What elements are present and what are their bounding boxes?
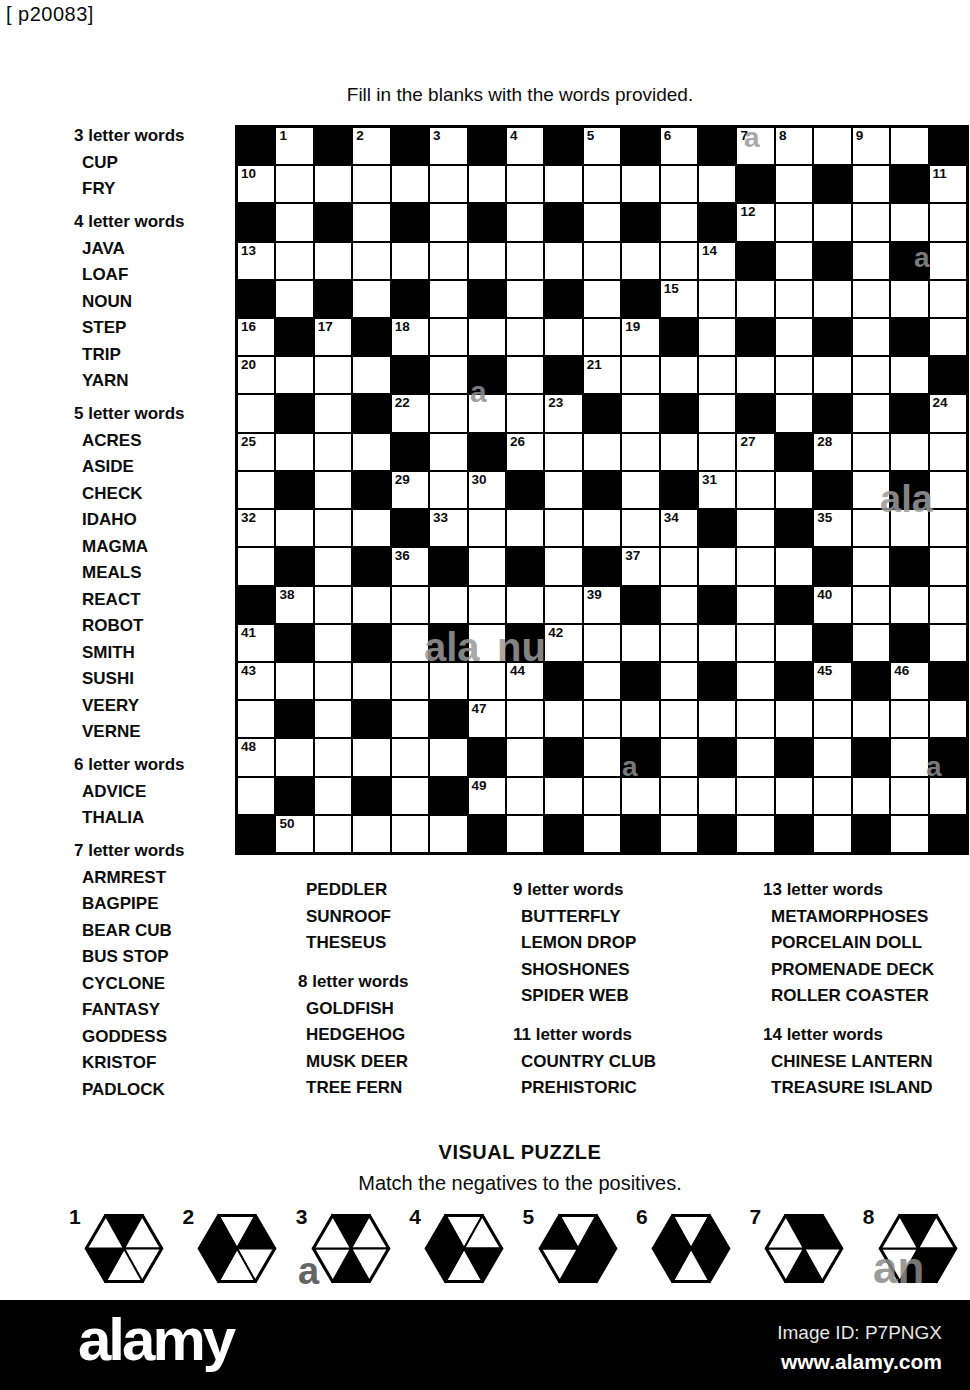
grid-cell-black (583, 547, 621, 585)
grid-cell[interactable]: 16 (237, 318, 275, 356)
hexagon-6[interactable]: 6 (651, 1213, 731, 1284)
grid-cell[interactable] (775, 547, 813, 585)
grid-cell[interactable] (929, 242, 967, 280)
grid-cell[interactable] (352, 738, 390, 776)
grid-cell[interactable] (698, 433, 736, 471)
grid-cell[interactable]: 3 (429, 127, 467, 165)
grid-cell[interactable] (621, 777, 659, 815)
grid-cell[interactable] (275, 242, 313, 280)
grid-cell[interactable]: 10 (237, 165, 275, 203)
grid-cell[interactable] (275, 203, 313, 241)
grid-cell[interactable] (391, 815, 429, 853)
grid-cell[interactable] (621, 356, 659, 394)
grid-cell[interactable]: 46 (890, 662, 928, 700)
grid-cell[interactable] (544, 509, 582, 547)
grid-cell[interactable] (544, 471, 582, 509)
grid-cell[interactable]: 30 (468, 471, 506, 509)
grid-cell[interactable] (275, 165, 313, 203)
clue-number: 38 (279, 587, 294, 603)
grid-cell[interactable] (660, 165, 698, 203)
grid-cell[interactable] (929, 547, 967, 585)
grid-cell[interactable] (429, 165, 467, 203)
grid-cell[interactable] (314, 356, 352, 394)
grid-cell[interactable] (468, 242, 506, 280)
grid-cell-black (698, 586, 736, 624)
grid-cell-black (352, 547, 390, 585)
grid-cell[interactable] (583, 280, 621, 318)
grid-cell[interactable] (736, 738, 774, 776)
grid-cell[interactable] (314, 394, 352, 432)
grid-cell[interactable]: 27 (736, 433, 774, 471)
grid-cell[interactable] (583, 509, 621, 547)
grid-cell[interactable] (544, 547, 582, 585)
grid-cell[interactable] (352, 586, 390, 624)
grid-cell-black (929, 662, 967, 700)
grid-cell[interactable] (813, 127, 851, 165)
grid-cell[interactable]: 47 (468, 700, 506, 738)
grid-cell[interactable] (890, 777, 928, 815)
grid-cell[interactable]: 15 (660, 280, 698, 318)
hexagon-2[interactable]: 2 (197, 1213, 277, 1284)
grid-cell[interactable]: 31 (698, 471, 736, 509)
hexagon-4[interactable]: 4 (424, 1213, 504, 1284)
grid-cell[interactable] (813, 777, 851, 815)
grid-cell[interactable]: 44 (506, 662, 544, 700)
grid-cell-black (352, 394, 390, 432)
grid-cell[interactable] (583, 433, 621, 471)
grid-cell[interactable] (314, 662, 352, 700)
grid-cell[interactable] (660, 547, 698, 585)
grid-cell[interactable] (698, 394, 736, 432)
grid-cell[interactable] (391, 700, 429, 738)
grid-cell[interactable] (621, 433, 659, 471)
grid-cell[interactable] (621, 509, 659, 547)
grid-cell[interactable] (929, 280, 967, 318)
grid-cell[interactable] (736, 509, 774, 547)
grid-cell[interactable] (736, 662, 774, 700)
grid-cell[interactable] (736, 356, 774, 394)
grid-cell[interactable] (352, 509, 390, 547)
grid-cell[interactable] (736, 586, 774, 624)
grid-cell[interactable]: 18 (391, 318, 429, 356)
grid-cell[interactable] (429, 280, 467, 318)
hexagon-1[interactable]: 1 (84, 1213, 164, 1284)
grid-cell[interactable] (813, 700, 851, 738)
grid-cell[interactable] (506, 280, 544, 318)
grid-cell[interactable] (429, 662, 467, 700)
grid-cell[interactable] (506, 165, 544, 203)
grid-cell[interactable]: 37 (621, 547, 659, 585)
grid-cell[interactable] (775, 777, 813, 815)
grid-cell[interactable] (775, 318, 813, 356)
grid-cell[interactable] (583, 203, 621, 241)
grid-cell[interactable] (314, 777, 352, 815)
grid-cell[interactable] (275, 509, 313, 547)
grid-cell[interactable] (583, 242, 621, 280)
grid-cell[interactable] (660, 586, 698, 624)
grid-cell[interactable]: 1 (275, 127, 313, 165)
grid-cell[interactable] (314, 547, 352, 585)
grid-cell[interactable]: 25 (237, 433, 275, 471)
grid-cell[interactable] (852, 586, 890, 624)
grid-cell[interactable] (314, 471, 352, 509)
grid-cell[interactable] (468, 586, 506, 624)
word-list-heading: 11 letter words (513, 1022, 656, 1049)
grid-cell-black (275, 700, 313, 738)
grid-cell[interactable] (544, 165, 582, 203)
grid-cell[interactable] (660, 433, 698, 471)
word-list-item: IDAHO (74, 507, 185, 534)
grid-cell[interactable] (506, 394, 544, 432)
clue-number: 49 (472, 778, 487, 794)
grid-cell[interactable]: 8 (775, 127, 813, 165)
grid-cell[interactable] (544, 700, 582, 738)
grid-cell[interactable] (314, 700, 352, 738)
grid-cell[interactable] (736, 815, 774, 853)
grid-cell[interactable] (275, 356, 313, 394)
grid-cell[interactable]: 9 (852, 127, 890, 165)
grid-cell[interactable] (391, 165, 429, 203)
grid-cell[interactable] (929, 624, 967, 662)
hexagon-5[interactable]: 5 (538, 1213, 618, 1284)
grid-cell[interactable] (314, 586, 352, 624)
grid-cell[interactable] (890, 815, 928, 853)
grid-cell[interactable] (468, 165, 506, 203)
grid-cell[interactable] (544, 318, 582, 356)
grid-cell[interactable] (429, 242, 467, 280)
grid-cell[interactable] (775, 471, 813, 509)
grid-cell[interactable] (544, 242, 582, 280)
grid-cell[interactable] (583, 165, 621, 203)
grid-cell[interactable] (429, 738, 467, 776)
grid-cell[interactable] (813, 738, 851, 776)
grid-cell[interactable] (775, 356, 813, 394)
grid-cell[interactable] (929, 433, 967, 471)
grid-cell[interactable] (852, 547, 890, 585)
grid-cell[interactable] (468, 547, 506, 585)
grid-cell[interactable] (429, 356, 467, 394)
grid-cell[interactable] (237, 777, 275, 815)
grid-cell[interactable] (852, 242, 890, 280)
grid-cell[interactable] (506, 242, 544, 280)
grid-cell[interactable] (890, 700, 928, 738)
grid-cell[interactable] (583, 662, 621, 700)
grid-cell[interactable]: 40 (813, 586, 851, 624)
grid-cell[interactable] (660, 738, 698, 776)
grid-cell-black (544, 662, 582, 700)
grid-cell[interactable] (660, 242, 698, 280)
grid-cell[interactable] (314, 624, 352, 662)
grid-cell[interactable]: 24 (929, 394, 967, 432)
grid-cell[interactable] (506, 586, 544, 624)
grid-cell[interactable] (890, 356, 928, 394)
grid-cell[interactable] (852, 394, 890, 432)
grid-cell[interactable] (583, 777, 621, 815)
grid-cell-black (237, 203, 275, 241)
grid-cell[interactable] (736, 280, 774, 318)
grid-cell[interactable]: 11 (929, 165, 967, 203)
hexagon-number: 2 (182, 1205, 194, 1229)
grid-cell[interactable] (890, 509, 928, 547)
grid-cell[interactable] (852, 777, 890, 815)
grid-cell[interactable] (275, 738, 313, 776)
grid-cell[interactable] (775, 700, 813, 738)
grid-cell[interactable] (890, 127, 928, 165)
grid-cell[interactable]: 50 (275, 815, 313, 853)
grid-cell[interactable]: 42 (544, 624, 582, 662)
grid-cell[interactable] (890, 203, 928, 241)
grid-cell[interactable] (660, 662, 698, 700)
grid-cell[interactable] (314, 738, 352, 776)
grid-cell[interactable] (813, 356, 851, 394)
grid-cell-black (929, 738, 967, 776)
grid-cell[interactable] (352, 662, 390, 700)
grid-cell[interactable]: 21 (583, 356, 621, 394)
grid-cell[interactable] (544, 586, 582, 624)
grid-cell[interactable] (352, 280, 390, 318)
grid-cell[interactable] (429, 471, 467, 509)
grid-cell[interactable] (621, 394, 659, 432)
grid-cell[interactable] (583, 700, 621, 738)
grid-cell[interactable] (660, 700, 698, 738)
grid-cell[interactable] (775, 280, 813, 318)
grid-cell[interactable] (929, 318, 967, 356)
grid-cell[interactable]: 29 (391, 471, 429, 509)
grid-cell[interactable]: 19 (621, 318, 659, 356)
grid-cell[interactable] (506, 356, 544, 394)
word-list-item: ASIDE (74, 454, 185, 481)
grid-cell[interactable]: 2 (352, 127, 390, 165)
word-list-item: SUSHI (74, 666, 185, 693)
grid-cell[interactable]: 13 (237, 242, 275, 280)
grid-cell[interactable]: 5 (583, 127, 621, 165)
grid-cell[interactable] (391, 662, 429, 700)
grid-cell[interactable] (698, 624, 736, 662)
grid-cell[interactable] (775, 394, 813, 432)
grid-cell[interactable] (506, 509, 544, 547)
grid-cell[interactable] (736, 700, 774, 738)
grid-cell[interactable] (506, 777, 544, 815)
grid-cell[interactable] (429, 815, 467, 853)
grid-cell[interactable] (890, 586, 928, 624)
grid-cell[interactable] (506, 738, 544, 776)
grid-cell[interactable] (813, 280, 851, 318)
grid-cell[interactable] (352, 815, 390, 853)
grid-cell[interactable] (736, 471, 774, 509)
grid-cell[interactable] (660, 777, 698, 815)
grid-cell[interactable]: 14 (698, 242, 736, 280)
word-list-item: YARN (74, 368, 185, 395)
grid-cell-black (391, 433, 429, 471)
grid-cell[interactable] (506, 203, 544, 241)
grid-cell[interactable] (775, 242, 813, 280)
grid-cell[interactable] (698, 318, 736, 356)
grid-cell[interactable]: 28 (813, 433, 851, 471)
grid-cell[interactable] (391, 242, 429, 280)
grid-cell[interactable]: 12 (736, 203, 774, 241)
grid-cell[interactable] (391, 586, 429, 624)
hexagon-7[interactable]: 7 (764, 1213, 844, 1284)
grid-cell[interactable] (736, 547, 774, 585)
grid-cell[interactable] (929, 203, 967, 241)
grid-cell[interactable]: 39 (583, 586, 621, 624)
grid-cell[interactable]: 45 (813, 662, 851, 700)
grid-cell[interactable] (468, 394, 506, 432)
grid-cell[interactable] (813, 815, 851, 853)
grid-cell[interactable] (775, 165, 813, 203)
grid-cell[interactable] (544, 433, 582, 471)
grid-cell[interactable] (852, 165, 890, 203)
grid-cell[interactable]: 7 (736, 127, 774, 165)
grid-cell[interactable] (583, 624, 621, 662)
grid-cell[interactable] (660, 356, 698, 394)
grid-cell[interactable] (583, 318, 621, 356)
grid-cell[interactable] (698, 700, 736, 738)
grid-cell[interactable] (621, 624, 659, 662)
grid-cell[interactable] (391, 624, 429, 662)
grid-cell[interactable] (660, 815, 698, 853)
grid-cell[interactable] (852, 203, 890, 241)
grid-cell[interactable] (698, 356, 736, 394)
alamy-url[interactable]: www.alamy.com (781, 1350, 942, 1374)
grid-cell[interactable]: 49 (468, 777, 506, 815)
grid-cell[interactable] (275, 662, 313, 700)
grid-cell[interactable] (852, 356, 890, 394)
grid-cell[interactable] (621, 242, 659, 280)
grid-cell[interactable] (429, 394, 467, 432)
grid-cell[interactable] (660, 203, 698, 241)
grid-cell[interactable] (698, 547, 736, 585)
grid-cell[interactable]: 22 (391, 394, 429, 432)
grid-cell[interactable] (621, 700, 659, 738)
grid-cell[interactable] (237, 700, 275, 738)
hexagon-3[interactable]: 3 (311, 1213, 391, 1284)
grid-cell[interactable] (544, 777, 582, 815)
grid-cell[interactable] (237, 471, 275, 509)
grid-cell[interactable] (660, 624, 698, 662)
grid-cell[interactable] (929, 471, 967, 509)
grid-cell[interactable] (237, 547, 275, 585)
grid-cell[interactable] (698, 165, 736, 203)
grid-cell[interactable] (890, 433, 928, 471)
grid-cell[interactable] (314, 815, 352, 853)
clue-number: 2 (356, 128, 364, 144)
image-id-label: Image ID: P7PNGX (777, 1322, 942, 1344)
grid-cell[interactable] (890, 738, 928, 776)
grid-cell[interactable]: 36 (391, 547, 429, 585)
grid-cell[interactable] (775, 624, 813, 662)
grid-cell[interactable] (314, 242, 352, 280)
hexagon-8[interactable]: 8 (878, 1213, 958, 1284)
grid-cell[interactable] (775, 203, 813, 241)
grid-cell[interactable]: 32 (237, 509, 275, 547)
grid-cell[interactable]: 48 (237, 738, 275, 776)
clue-number: 22 (395, 395, 410, 411)
grid-cell[interactable] (583, 815, 621, 853)
grid-cell[interactable] (352, 242, 390, 280)
grid-cell[interactable] (468, 662, 506, 700)
grid-cell[interactable] (852, 624, 890, 662)
grid-cell[interactable]: 6 (660, 127, 698, 165)
grid-cell[interactable]: 4 (506, 127, 544, 165)
grid-cell[interactable] (929, 509, 967, 547)
clue-number: 40 (817, 587, 832, 603)
word-list-bottom-2: 9 letter wordsBUTTERFLYLEMON DROPSHOSHON… (513, 877, 656, 1102)
grid-cell[interactable] (621, 471, 659, 509)
grid-cell[interactable] (429, 586, 467, 624)
clue-number: 41 (241, 625, 256, 641)
grid-cell[interactable] (352, 165, 390, 203)
grid-cell[interactable]: 17 (314, 318, 352, 356)
grid-cell[interactable] (314, 165, 352, 203)
grid-cell[interactable] (429, 433, 467, 471)
grid-cell[interactable] (852, 433, 890, 471)
grid-cell[interactable] (852, 509, 890, 547)
grid-cell[interactable] (813, 203, 851, 241)
grid-cell[interactable] (852, 318, 890, 356)
grid-cell[interactable]: 20 (237, 356, 275, 394)
grid-cell[interactable] (736, 624, 774, 662)
grid-cell[interactable]: 41 (237, 624, 275, 662)
grid-cell[interactable] (468, 624, 506, 662)
grid-cell[interactable] (429, 318, 467, 356)
grid-cell[interactable]: 43 (237, 662, 275, 700)
grid-cell[interactable]: 38 (275, 586, 313, 624)
grid-cell[interactable] (736, 777, 774, 815)
grid-cell[interactable] (352, 433, 390, 471)
grid-cell[interactable] (698, 280, 736, 318)
word-list-item: COUNTRY CLUB (513, 1049, 656, 1076)
grid-cell[interactable]: 26 (506, 433, 544, 471)
grid-cell[interactable] (237, 394, 275, 432)
grid-cell[interactable] (275, 433, 313, 471)
grid-cell[interactable] (314, 509, 352, 547)
grid-cell[interactable] (429, 203, 467, 241)
grid-cell[interactable] (852, 700, 890, 738)
grid-cell[interactable] (314, 433, 352, 471)
word-list-item: THALIA (74, 805, 185, 832)
grid-cell[interactable] (852, 280, 890, 318)
grid-cell-black (890, 624, 928, 662)
grid-cell[interactable]: 35 (813, 509, 851, 547)
grid-cell-black (275, 471, 313, 509)
grid-cell[interactable]: 33 (429, 509, 467, 547)
grid-cell[interactable] (352, 356, 390, 394)
grid-cell[interactable] (583, 738, 621, 776)
grid-cell[interactable] (698, 777, 736, 815)
grid-cell[interactable] (275, 280, 313, 318)
grid-cell[interactable] (852, 471, 890, 509)
grid-cell[interactable] (391, 738, 429, 776)
grid-cell[interactable] (352, 203, 390, 241)
grid-cell[interactable]: 34 (660, 509, 698, 547)
grid-cell[interactable] (391, 777, 429, 815)
grid-cell[interactable] (468, 509, 506, 547)
grid-cell-black (583, 471, 621, 509)
grid-cell[interactable]: 23 (544, 394, 582, 432)
grid-cell[interactable] (890, 280, 928, 318)
grid-cell[interactable] (506, 815, 544, 853)
word-list-item: MEALS (74, 560, 185, 587)
grid-cell[interactable] (621, 165, 659, 203)
grid-cell[interactable] (929, 777, 967, 815)
grid-cell[interactable] (506, 700, 544, 738)
grid-cell[interactable] (506, 318, 544, 356)
grid-cell[interactable] (929, 700, 967, 738)
grid-cell[interactable] (929, 586, 967, 624)
grid-cell[interactable] (468, 318, 506, 356)
word-list-item: STEP (74, 315, 185, 342)
